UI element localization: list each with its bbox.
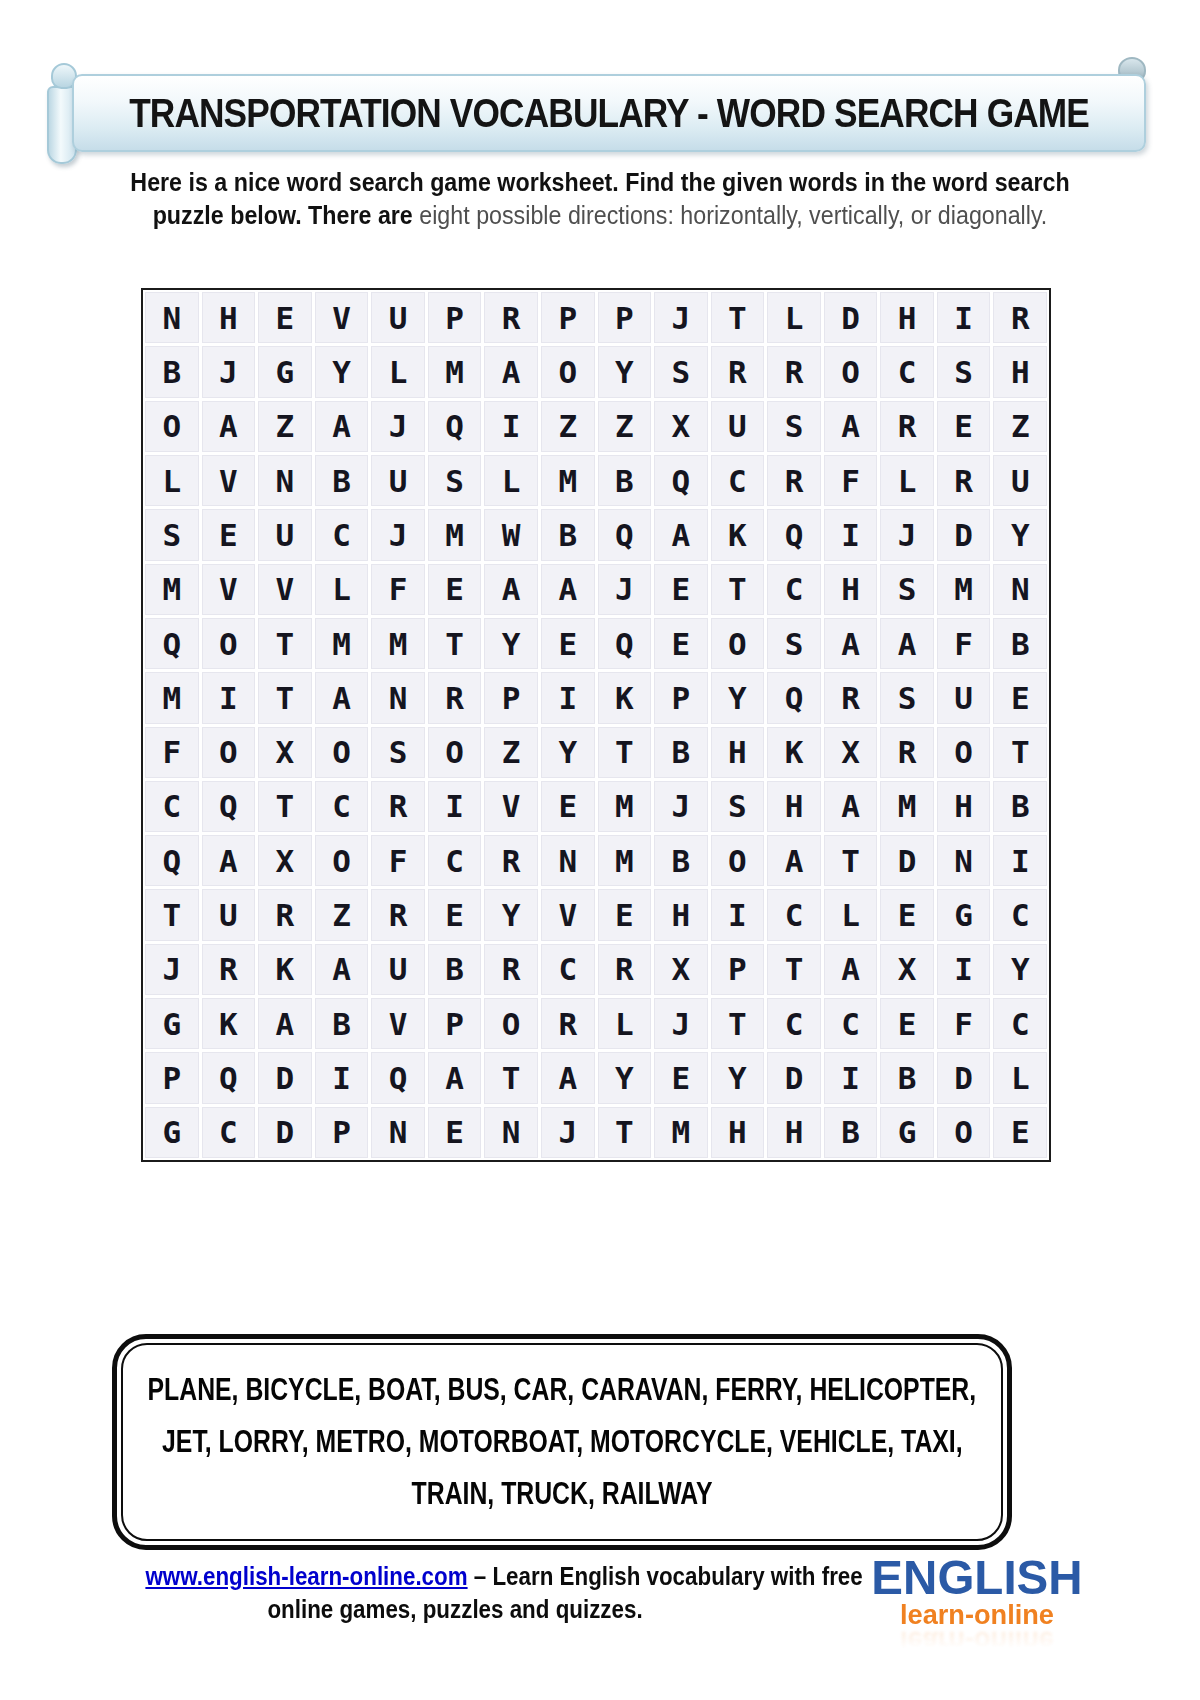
grid-cell-r2c10[interactable]: S: [654, 346, 708, 397]
grid-cell-r11c12[interactable]: A: [767, 835, 821, 886]
grid-cell-r4c13[interactable]: F: [824, 455, 878, 506]
grid-cell-r5c16[interactable]: Y: [993, 509, 1047, 560]
grid-cell-r7c5[interactable]: M: [371, 618, 425, 669]
instructions: Here is a nice word search game workshee…: [0, 166, 1200, 232]
grid-cell-r11c9[interactable]: M: [598, 835, 652, 886]
grid-cell-r10c12[interactable]: H: [767, 781, 821, 832]
grid-cell-r11c11[interactable]: O: [711, 835, 765, 886]
grid-cell-r4c11[interactable]: C: [711, 455, 765, 506]
grid-cell-r15c14[interactable]: B: [880, 1052, 934, 1103]
grid-cell-r3c16[interactable]: Z: [993, 401, 1047, 452]
grid-cell-r16c7[interactable]: N: [484, 1107, 538, 1158]
grid-cell-r15c12[interactable]: D: [767, 1052, 821, 1103]
grid-cell-r14c9[interactable]: L: [598, 998, 652, 1049]
grid-cell-r7c15[interactable]: F: [937, 618, 991, 669]
grid-cell-r16c9[interactable]: T: [598, 1107, 652, 1158]
grid-cell-r6c2[interactable]: V: [202, 564, 256, 615]
grid-cell-r16c1[interactable]: G: [145, 1107, 199, 1158]
grid-cell-r14c16[interactable]: C: [993, 998, 1047, 1049]
grid-cell-r13c13[interactable]: A: [824, 944, 878, 995]
grid-cell-r4c1[interactable]: L: [145, 455, 199, 506]
grid-cell-r6c13[interactable]: H: [824, 564, 878, 615]
grid-cell-r2c3[interactable]: G: [258, 346, 312, 397]
grid-cell-r13c4[interactable]: A: [315, 944, 369, 995]
grid-cell-r3c6[interactable]: Q: [428, 401, 482, 452]
grid-cell-r8c4[interactable]: A: [315, 672, 369, 723]
grid-cell-r8c10[interactable]: P: [654, 672, 708, 723]
grid-cell-r8c8[interactable]: I: [541, 672, 595, 723]
logo-reflection: learn-online: [846, 1628, 1108, 1654]
grid-cell-r14c4[interactable]: B: [315, 998, 369, 1049]
grid-cell-r5c6[interactable]: M: [428, 509, 482, 560]
grid-cell-r16c14[interactable]: G: [880, 1107, 934, 1158]
grid-cell-r8c12[interactable]: Q: [767, 672, 821, 723]
logo-learn-online-text: learn-online: [846, 1602, 1108, 1628]
grid-cell-r1c2[interactable]: H: [202, 292, 256, 343]
grid-cell-r4c2[interactable]: V: [202, 455, 256, 506]
grid-cell-r5c1[interactable]: S: [145, 509, 199, 560]
grid-cell-r14c12[interactable]: C: [767, 998, 821, 1049]
grid-cell-r12c14[interactable]: E: [880, 889, 934, 940]
grid-cell-r1c1[interactable]: N: [145, 292, 199, 343]
grid-cell-r10c8[interactable]: E: [541, 781, 595, 832]
grid-cell-r2c6[interactable]: M: [428, 346, 482, 397]
grid-cell-r8c3[interactable]: T: [258, 672, 312, 723]
word-list-line2: JET, LORRY, METRO, MOTORBOAT, MOTORCYCLE…: [162, 1424, 963, 1460]
grid-cell-r16c11[interactable]: H: [711, 1107, 765, 1158]
instruction-line1: Here is a nice word search game workshee…: [130, 168, 1069, 196]
grid-cell-r2c13[interactable]: O: [824, 346, 878, 397]
grid-cell-r8c15[interactable]: U: [937, 672, 991, 723]
grid-cell-r3c13[interactable]: A: [824, 401, 878, 452]
grid-cell-r6c8[interactable]: A: [541, 564, 595, 615]
grid-cell-r3c11[interactable]: U: [711, 401, 765, 452]
grid-cell-r12c9[interactable]: E: [598, 889, 652, 940]
grid-cell-r15c6[interactable]: A: [428, 1052, 482, 1103]
site-link[interactable]: www.english-learn-online.com: [145, 1561, 467, 1591]
grid-cell-r1c15[interactable]: I: [937, 292, 991, 343]
word-list-inner: PLANE, BICYCLE, BOAT, BUS, CAR, CARAVAN,…: [121, 1343, 1003, 1541]
instruction-line2-bold: puzzle below. There are: [153, 201, 413, 229]
grid-cell-r6c3[interactable]: V: [258, 564, 312, 615]
grid-cell-r11c6[interactable]: C: [428, 835, 482, 886]
grid-cell-r6c1[interactable]: M: [145, 564, 199, 615]
grid-cell-r15c8[interactable]: A: [541, 1052, 595, 1103]
grid-cell-r2c14[interactable]: C: [880, 346, 934, 397]
grid-cell-r4c12[interactable]: R: [767, 455, 821, 506]
grid-cell-r5c5[interactable]: J: [371, 509, 425, 560]
grid-cell-r1c7[interactable]: R: [484, 292, 538, 343]
grid-cell-r10c16[interactable]: B: [993, 781, 1047, 832]
grid-cell-r4c4[interactable]: B: [315, 455, 369, 506]
grid-cell-r6c14[interactable]: S: [880, 564, 934, 615]
grid-cell-r1c11[interactable]: T: [711, 292, 765, 343]
grid-cell-r10c11[interactable]: S: [711, 781, 765, 832]
grid-cell-r8c2[interactable]: I: [202, 672, 256, 723]
grid-cell-r14c6[interactable]: P: [428, 998, 482, 1049]
grid-cell-r9c13[interactable]: X: [824, 727, 878, 778]
grid-cell-r9c3[interactable]: X: [258, 727, 312, 778]
grid-cell-r1c14[interactable]: H: [880, 292, 934, 343]
grid-cell-r13c11[interactable]: P: [711, 944, 765, 995]
grid-cell-r15c2[interactable]: Q: [202, 1052, 256, 1103]
grid-cell-r14c13[interactable]: C: [824, 998, 878, 1049]
grid-cell-r6c16[interactable]: N: [993, 564, 1047, 615]
grid-cell-r10c6[interactable]: I: [428, 781, 482, 832]
title-banner: TRANSPORTATION VOCABULARY - WORD SEARCH …: [72, 74, 1146, 152]
grid-cell-r12c2[interactable]: U: [202, 889, 256, 940]
grid-cell-r16c12[interactable]: H: [767, 1107, 821, 1158]
grid-cell-r8c6[interactable]: R: [428, 672, 482, 723]
grid-cell-r16c6[interactable]: E: [428, 1107, 482, 1158]
grid-cell-r1c4[interactable]: V: [315, 292, 369, 343]
grid-cell-r13c3[interactable]: K: [258, 944, 312, 995]
grid-cell-r10c4[interactable]: C: [315, 781, 369, 832]
grid-cell-r5c7[interactable]: W: [484, 509, 538, 560]
grid-cell-r12c8[interactable]: V: [541, 889, 595, 940]
grid-cell-r2c1[interactable]: B: [145, 346, 199, 397]
grid-cell-r1c3[interactable]: E: [258, 292, 312, 343]
grid-cell-r11c8[interactable]: N: [541, 835, 595, 886]
grid-cell-r14c15[interactable]: F: [937, 998, 991, 1049]
grid-cell-r2c12[interactable]: R: [767, 346, 821, 397]
grid-cell-r7c8[interactable]: E: [541, 618, 595, 669]
grid-cell-r13c8[interactable]: C: [541, 944, 595, 995]
grid-cell-r12c11[interactable]: I: [711, 889, 765, 940]
grid-cell-r9c8[interactable]: Y: [541, 727, 595, 778]
grid-cell-r13c10[interactable]: X: [654, 944, 708, 995]
grid-cell-r7c10[interactable]: E: [654, 618, 708, 669]
word-list-line1: PLANE, BICYCLE, BOAT, BUS, CAR, CARAVAN,…: [148, 1372, 977, 1408]
grid-cell-r5c9[interactable]: Q: [598, 509, 652, 560]
grid-cell-r13c9[interactable]: R: [598, 944, 652, 995]
grid-cell-r1c8[interactable]: P: [541, 292, 595, 343]
grid-cell-r4c7[interactable]: L: [484, 455, 538, 506]
grid-cell-r11c5[interactable]: F: [371, 835, 425, 886]
grid-cell-r4c6[interactable]: S: [428, 455, 482, 506]
grid-cell-r7c13[interactable]: A: [824, 618, 878, 669]
grid-cell-r5c13[interactable]: I: [824, 509, 878, 560]
grid-cell-r11c1[interactable]: Q: [145, 835, 199, 886]
word-grid: NHEVUPRPPJTLDHIRBJGYLMAOYSRROCSHOAZAJQIZ…: [145, 292, 1047, 1158]
grid-cell-r12c13[interactable]: L: [824, 889, 878, 940]
grid-cell-r8c5[interactable]: N: [371, 672, 425, 723]
grid-cell-r8c1[interactable]: M: [145, 672, 199, 723]
grid-cell-r9c12[interactable]: K: [767, 727, 821, 778]
grid-cell-r9c16[interactable]: T: [993, 727, 1047, 778]
grid-cell-r7c4[interactable]: M: [315, 618, 369, 669]
grid-cell-r5c14[interactable]: J: [880, 509, 934, 560]
grid-cell-r7c11[interactable]: O: [711, 618, 765, 669]
grid-cell-r12c5[interactable]: R: [371, 889, 425, 940]
grid-cell-r4c5[interactable]: U: [371, 455, 425, 506]
grid-cell-r4c8[interactable]: M: [541, 455, 595, 506]
grid-cell-r13c16[interactable]: Y: [993, 944, 1047, 995]
grid-cell-r4c9[interactable]: B: [598, 455, 652, 506]
grid-cell-r11c14[interactable]: D: [880, 835, 934, 886]
grid-cell-r9c11[interactable]: H: [711, 727, 765, 778]
grid-cell-r15c1[interactable]: P: [145, 1052, 199, 1103]
grid-cell-r1c5[interactable]: U: [371, 292, 425, 343]
grid-cell-r14c10[interactable]: J: [654, 998, 708, 1049]
grid-cell-r12c16[interactable]: C: [993, 889, 1047, 940]
grid-cell-r5c12[interactable]: Q: [767, 509, 821, 560]
grid-cell-r9c6[interactable]: O: [428, 727, 482, 778]
grid-cell-r16c3[interactable]: D: [258, 1107, 312, 1158]
grid-cell-r14c5[interactable]: V: [371, 998, 425, 1049]
grid-cell-r11c2[interactable]: A: [202, 835, 256, 886]
grid-cell-r1c6[interactable]: P: [428, 292, 482, 343]
grid-cell-r9c10[interactable]: B: [654, 727, 708, 778]
grid-cell-r3c15[interactable]: E: [937, 401, 991, 452]
tagline-rest: – Learn English vocabulary with free: [468, 1561, 863, 1591]
grid-cell-r14c11[interactable]: T: [711, 998, 765, 1049]
grid-cell-r6c5[interactable]: F: [371, 564, 425, 615]
grid-cell-r15c3[interactable]: D: [258, 1052, 312, 1103]
grid-cell-r6c6[interactable]: E: [428, 564, 482, 615]
grid-cell-r5c3[interactable]: U: [258, 509, 312, 560]
grid-cell-r13c6[interactable]: B: [428, 944, 482, 995]
grid-cell-r14c1[interactable]: G: [145, 998, 199, 1049]
grid-cell-r3c4[interactable]: A: [315, 401, 369, 452]
grid-cell-r9c15[interactable]: O: [937, 727, 991, 778]
grid-cell-r5c10[interactable]: A: [654, 509, 708, 560]
grid-cell-r3c7[interactable]: I: [484, 401, 538, 452]
grid-cell-r3c10[interactable]: X: [654, 401, 708, 452]
grid-cell-r11c4[interactable]: O: [315, 835, 369, 886]
grid-cell-r1c12[interactable]: L: [767, 292, 821, 343]
grid-cell-r6c4[interactable]: L: [315, 564, 369, 615]
grid-cell-r2c7[interactable]: A: [484, 346, 538, 397]
grid-cell-r4c10[interactable]: Q: [654, 455, 708, 506]
word-search-board: NHEVUPRPPJTLDHIRBJGYLMAOYSRROCSHOAZAJQIZ…: [141, 288, 1051, 1162]
grid-cell-r10c15[interactable]: H: [937, 781, 991, 832]
grid-cell-r13c14[interactable]: X: [880, 944, 934, 995]
grid-cell-r9c2[interactable]: O: [202, 727, 256, 778]
grid-cell-r16c5[interactable]: N: [371, 1107, 425, 1158]
grid-cell-r16c16[interactable]: E: [993, 1107, 1047, 1158]
grid-cell-r2c8[interactable]: O: [541, 346, 595, 397]
grid-cell-r10c5[interactable]: R: [371, 781, 425, 832]
grid-cell-r16c15[interactable]: O: [937, 1107, 991, 1158]
grid-cell-r5c8[interactable]: B: [541, 509, 595, 560]
grid-cell-r2c11[interactable]: R: [711, 346, 765, 397]
grid-cell-r8c16[interactable]: E: [993, 672, 1047, 723]
grid-cell-r1c16[interactable]: R: [993, 292, 1047, 343]
grid-cell-r14c8[interactable]: R: [541, 998, 595, 1049]
grid-cell-r14c7[interactable]: O: [484, 998, 538, 1049]
grid-cell-r8c11[interactable]: Y: [711, 672, 765, 723]
grid-cell-r12c10[interactable]: H: [654, 889, 708, 940]
grid-cell-r13c1[interactable]: J: [145, 944, 199, 995]
grid-cell-r12c4[interactable]: Z: [315, 889, 369, 940]
grid-cell-r9c14[interactable]: R: [880, 727, 934, 778]
grid-cell-r3c5[interactable]: J: [371, 401, 425, 452]
grid-cell-r5c4[interactable]: C: [315, 509, 369, 560]
grid-cell-r15c5[interactable]: Q: [371, 1052, 425, 1103]
grid-cell-r10c14[interactable]: M: [880, 781, 934, 832]
grid-cell-r5c15[interactable]: D: [937, 509, 991, 560]
grid-cell-r4c15[interactable]: R: [937, 455, 991, 506]
grid-cell-r2c15[interactable]: S: [937, 346, 991, 397]
tagline-line2: online games, puzzles and quizzes.: [145, 1593, 764, 1626]
grid-cell-r16c4[interactable]: P: [315, 1107, 369, 1158]
grid-cell-r11c15[interactable]: N: [937, 835, 991, 886]
grid-cell-r9c1[interactable]: F: [145, 727, 199, 778]
grid-cell-r3c2[interactable]: A: [202, 401, 256, 452]
grid-cell-r8c13[interactable]: R: [824, 672, 878, 723]
grid-cell-r5c2[interactable]: E: [202, 509, 256, 560]
grid-cell-r9c4[interactable]: O: [315, 727, 369, 778]
grid-cell-r12c15[interactable]: G: [937, 889, 991, 940]
grid-cell-r1c13[interactable]: D: [824, 292, 878, 343]
grid-cell-r12c12[interactable]: C: [767, 889, 821, 940]
site-logo: ENGLISH learn-online learn-online: [842, 1552, 1112, 1654]
grid-cell-r8c7[interactable]: P: [484, 672, 538, 723]
grid-cell-r7c7[interactable]: Y: [484, 618, 538, 669]
instruction-line2-gray: eight possible directions: horizontally,…: [413, 201, 1048, 229]
grid-cell-r2c2[interactable]: J: [202, 346, 256, 397]
grid-cell-r6c15[interactable]: M: [937, 564, 991, 615]
grid-cell-r6c12[interactable]: C: [767, 564, 821, 615]
grid-cell-r7c2[interactable]: O: [202, 618, 256, 669]
grid-cell-r2c16[interactable]: H: [993, 346, 1047, 397]
grid-cell-r7c9[interactable]: Q: [598, 618, 652, 669]
grid-cell-r3c12[interactable]: S: [767, 401, 821, 452]
footer-tagline: www.english-learn-online.com – Learn Eng…: [95, 1560, 815, 1626]
grid-cell-r7c3[interactable]: T: [258, 618, 312, 669]
logo-english-text: ENGLISH: [846, 1552, 1108, 1602]
grid-cell-r13c5[interactable]: U: [371, 944, 425, 995]
grid-cell-r8c14[interactable]: S: [880, 672, 934, 723]
grid-cell-r15c13[interactable]: I: [824, 1052, 878, 1103]
grid-cell-r15c9[interactable]: Y: [598, 1052, 652, 1103]
grid-cell-r10c9[interactable]: M: [598, 781, 652, 832]
grid-cell-r16c8[interactable]: J: [541, 1107, 595, 1158]
grid-cell-r13c12[interactable]: T: [767, 944, 821, 995]
grid-cell-r6c11[interactable]: T: [711, 564, 765, 615]
grid-cell-r9c9[interactable]: T: [598, 727, 652, 778]
grid-cell-r2c4[interactable]: Y: [315, 346, 369, 397]
grid-cell-r9c7[interactable]: Z: [484, 727, 538, 778]
grid-cell-r15c10[interactable]: E: [654, 1052, 708, 1103]
grid-cell-r16c13[interactable]: B: [824, 1107, 878, 1158]
grid-cell-r6c9[interactable]: J: [598, 564, 652, 615]
grid-cell-r6c10[interactable]: E: [654, 564, 708, 615]
grid-cell-r15c7[interactable]: T: [484, 1052, 538, 1103]
grid-cell-r6c7[interactable]: A: [484, 564, 538, 615]
grid-cell-r12c6[interactable]: E: [428, 889, 482, 940]
grid-cell-r4c3[interactable]: N: [258, 455, 312, 506]
grid-cell-r11c16[interactable]: I: [993, 835, 1047, 886]
grid-cell-r7c14[interactable]: A: [880, 618, 934, 669]
word-list-line3: TRAIN, TRUCK, RAILWAY: [412, 1476, 713, 1512]
grid-cell-r4c16[interactable]: U: [993, 455, 1047, 506]
grid-cell-r12c3[interactable]: R: [258, 889, 312, 940]
grid-cell-r3c8[interactable]: Z: [541, 401, 595, 452]
grid-cell-r7c12[interactable]: S: [767, 618, 821, 669]
grid-cell-r3c3[interactable]: Z: [258, 401, 312, 452]
grid-cell-r11c3[interactable]: X: [258, 835, 312, 886]
grid-cell-r1c9[interactable]: P: [598, 292, 652, 343]
page-title: TRANSPORTATION VOCABULARY - WORD SEARCH …: [129, 90, 1089, 137]
grid-cell-r10c3[interactable]: T: [258, 781, 312, 832]
grid-cell-r15c16[interactable]: L: [993, 1052, 1047, 1103]
grid-cell-r3c14[interactable]: R: [880, 401, 934, 452]
grid-cell-r13c2[interactable]: R: [202, 944, 256, 995]
grid-cell-r10c7[interactable]: V: [484, 781, 538, 832]
grid-cell-r14c3[interactable]: A: [258, 998, 312, 1049]
grid-cell-r5c11[interactable]: K: [711, 509, 765, 560]
grid-cell-r3c9[interactable]: Z: [598, 401, 652, 452]
grid-cell-r13c7[interactable]: R: [484, 944, 538, 995]
grid-cell-r10c10[interactable]: J: [654, 781, 708, 832]
grid-cell-r3c1[interactable]: O: [145, 401, 199, 452]
grid-cell-r14c14[interactable]: E: [880, 998, 934, 1049]
grid-cell-r7c1[interactable]: Q: [145, 618, 199, 669]
grid-cell-r15c15[interactable]: D: [937, 1052, 991, 1103]
grid-cell-r1c10[interactable]: J: [654, 292, 708, 343]
grid-cell-r12c1[interactable]: T: [145, 889, 199, 940]
grid-cell-r10c2[interactable]: Q: [202, 781, 256, 832]
grid-cell-r16c2[interactable]: C: [202, 1107, 256, 1158]
grid-cell-r4c14[interactable]: L: [880, 455, 934, 506]
grid-cell-r15c4[interactable]: I: [315, 1052, 369, 1103]
grid-cell-r13c15[interactable]: I: [937, 944, 991, 995]
grid-cell-r12c7[interactable]: Y: [484, 889, 538, 940]
grid-cell-r14c2[interactable]: K: [202, 998, 256, 1049]
grid-cell-r16c10[interactable]: M: [654, 1107, 708, 1158]
grid-cell-r2c5[interactable]: L: [371, 346, 425, 397]
grid-cell-r15c11[interactable]: Y: [711, 1052, 765, 1103]
grid-cell-r7c6[interactable]: T: [428, 618, 482, 669]
grid-cell-r10c1[interactable]: C: [145, 781, 199, 832]
grid-cell-r10c13[interactable]: A: [824, 781, 878, 832]
grid-cell-r11c7[interactable]: R: [484, 835, 538, 886]
word-list-box: PLANE, BICYCLE, BOAT, BUS, CAR, CARAVAN,…: [112, 1334, 1012, 1550]
grid-cell-r11c13[interactable]: T: [824, 835, 878, 886]
grid-cell-r7c16[interactable]: B: [993, 618, 1047, 669]
grid-cell-r8c9[interactable]: K: [598, 672, 652, 723]
grid-cell-r11c10[interactable]: B: [654, 835, 708, 886]
grid-cell-r2c9[interactable]: Y: [598, 346, 652, 397]
grid-cell-r9c5[interactable]: S: [371, 727, 425, 778]
